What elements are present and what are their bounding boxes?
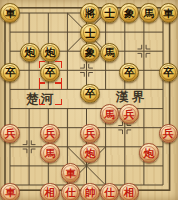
board-intersections: 車將士象馬車士炮炮象馬卒卒卒卒卒馬兵兵兵兵兵馬炮炮車車相仕帥仕相	[0, 3, 172, 194]
black-chariot-a10[interactable]: 車	[0, 3, 20, 23]
black-soldier-e6[interactable]: 卒	[80, 84, 100, 104]
red-soldier-g5[interactable]: 兵	[119, 104, 139, 124]
red-soldier-c4[interactable]: 兵	[40, 124, 60, 144]
red-advisor-d1[interactable]: 仕	[61, 183, 81, 200]
selected-piece-marker-c7	[40, 62, 61, 83]
black-horse-h10[interactable]: 馬	[139, 3, 159, 23]
red-soldier-a4[interactable]: 兵	[0, 124, 20, 144]
red-advisor-f1[interactable]: 仕	[100, 183, 120, 200]
black-soldier-g7[interactable]: 卒	[119, 63, 139, 83]
black-soldier-a7[interactable]: 卒	[0, 63, 20, 83]
black-horse-f8[interactable]: 馬	[100, 43, 120, 63]
red-horse-f5[interactable]: 馬	[100, 104, 120, 124]
red-chariot-d2[interactable]: 車	[61, 163, 81, 183]
black-advisor-e9[interactable]: 士	[80, 23, 100, 43]
xiangqi-board: 楚河 漢界 車將士象馬車士炮炮象馬卒卒卒卒卒馬兵兵兵兵兵馬炮炮車車相仕帥仕相	[0, 0, 178, 200]
black-elephant-e8[interactable]: 象	[80, 43, 100, 63]
black-advisor-f10[interactable]: 士	[100, 3, 120, 23]
black-cannon-c8[interactable]: 炮	[40, 43, 60, 63]
black-elephant-g10[interactable]: 象	[119, 3, 139, 23]
red-elephant-g1[interactable]: 相	[119, 183, 139, 200]
move-target-marker-c6[interactable]	[40, 83, 61, 104]
red-elephant-c1[interactable]: 相	[40, 183, 60, 200]
black-general-e10[interactable]: 將	[80, 3, 100, 23]
red-cannon-e3[interactable]: 炮	[80, 143, 100, 163]
black-cannon-b8[interactable]: 炮	[20, 43, 40, 63]
black-chariot-i10[interactable]: 車	[159, 3, 178, 23]
red-chariot-a1[interactable]: 車	[0, 183, 20, 200]
red-soldier-e4[interactable]: 兵	[80, 124, 100, 144]
red-general-e1[interactable]: 帥	[80, 183, 100, 200]
red-horse-c3[interactable]: 馬	[40, 143, 60, 163]
red-cannon-h3[interactable]: 炮	[139, 143, 159, 163]
